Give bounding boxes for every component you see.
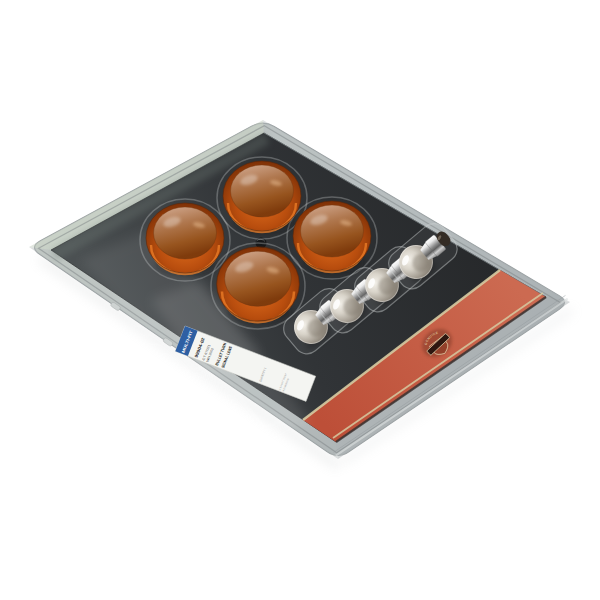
product-photo: GENUINE MULTI-FIT 99904-02 CT 67021 WH 2… <box>0 0 600 600</box>
amber-lens-left <box>146 203 224 275</box>
amber-lens-top <box>223 161 301 233</box>
amber-lens-right <box>293 201 371 273</box>
blister-pack-illustration: GENUINE MULTI-FIT 99904-02 CT 67021 WH 2… <box>0 0 600 600</box>
amber-lens-bottom <box>217 247 300 323</box>
